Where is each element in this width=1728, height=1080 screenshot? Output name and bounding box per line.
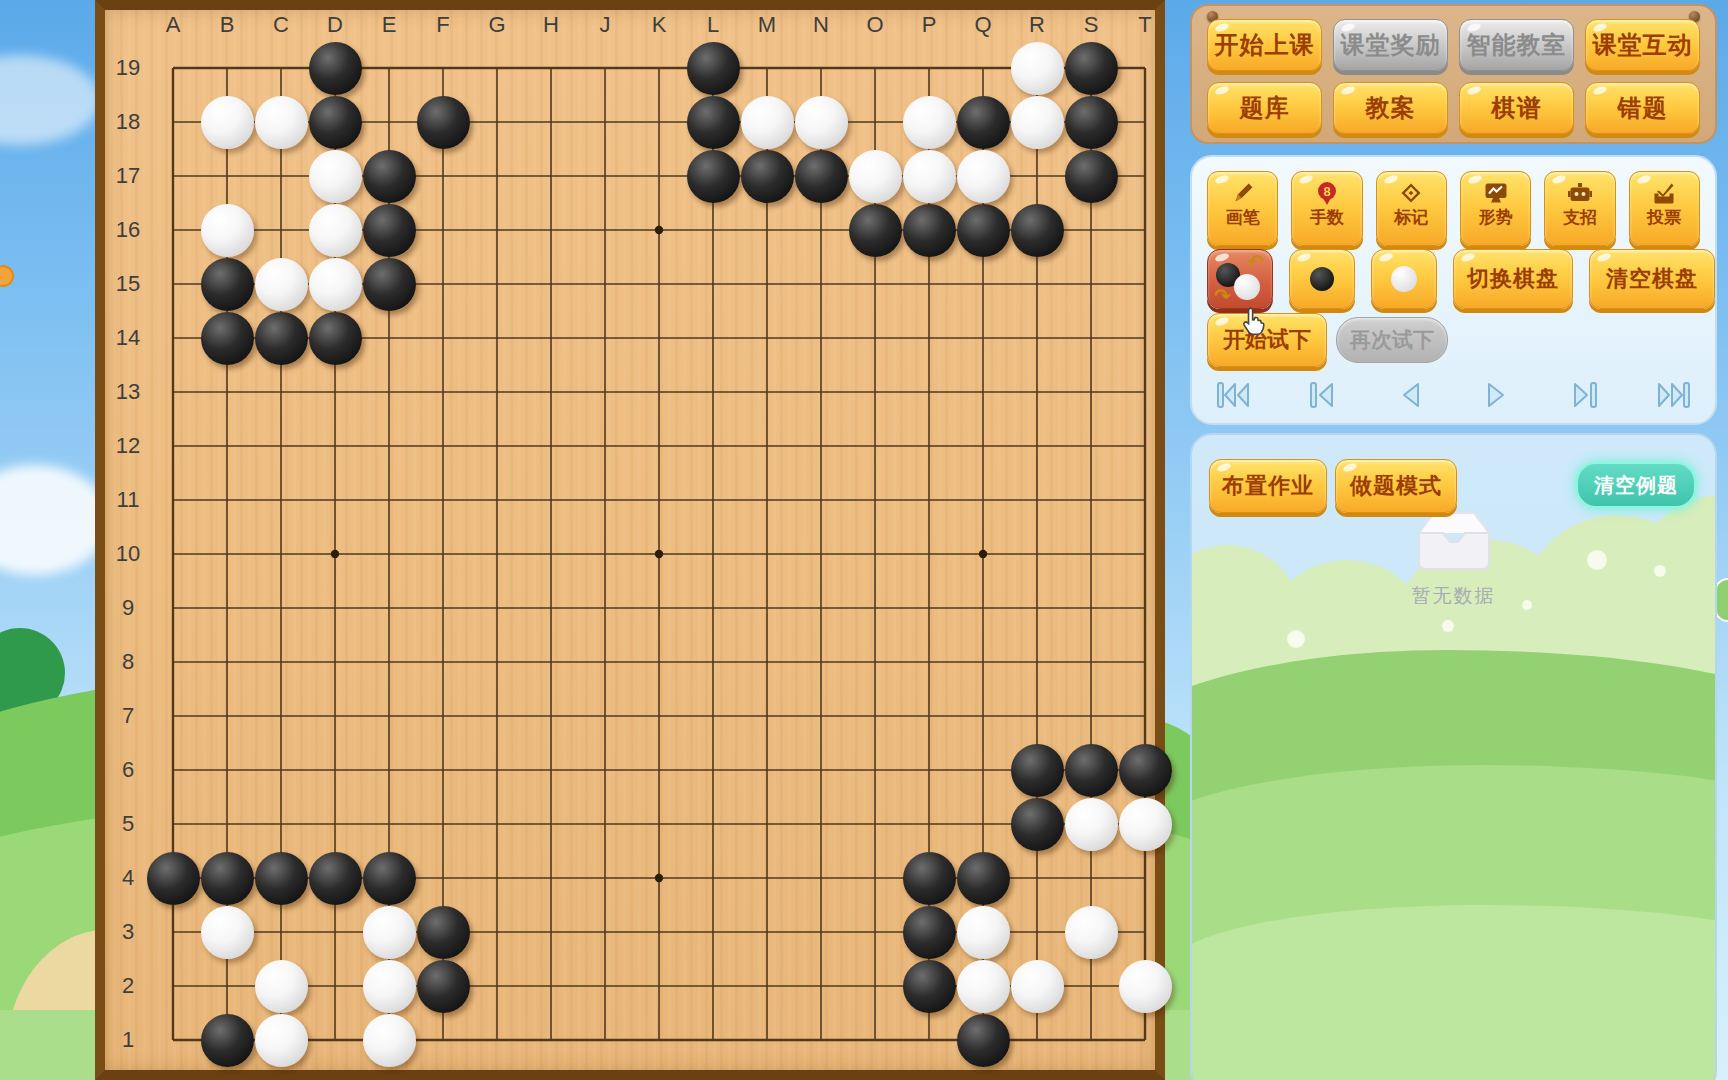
stone-white-R2	[1011, 960, 1064, 1013]
row-label: 3	[104, 919, 152, 945]
stone-black-C4	[255, 852, 308, 905]
svg-text:8: 8	[1323, 184, 1330, 199]
stone-white-O17	[849, 150, 902, 203]
go-teaching-app: ABCDEFGHJKLMNOPQRST191817161514131211109…	[0, 0, 1728, 1080]
stone-black-D14	[309, 312, 362, 365]
stone-white-D17	[309, 150, 362, 203]
class-rewards-button[interactable]: 课堂奖励	[1333, 19, 1448, 71]
step-back-icon[interactable]	[1302, 377, 1342, 413]
brush-label: 画笔	[1226, 209, 1260, 227]
stone-black-S17	[1065, 150, 1118, 203]
forward-icon[interactable]	[1477, 377, 1517, 413]
stone-white-D15	[309, 258, 362, 311]
move-numbers-button[interactable]: 8 手数	[1291, 171, 1362, 246]
row-label: 9	[104, 595, 152, 621]
stone-black-F18	[417, 96, 470, 149]
hill	[1190, 905, 1717, 1080]
stone-black-E15	[363, 258, 416, 311]
column-label: Q	[956, 12, 1010, 38]
row-label: 19	[104, 55, 152, 81]
column-label: G	[470, 12, 524, 38]
move-numbers-label: 手数	[1310, 209, 1344, 227]
stone-black-S6	[1065, 744, 1118, 797]
swap-arrow-icon: ↶	[1247, 252, 1264, 272]
stone-white-B16	[201, 204, 254, 257]
stone-black-O16	[849, 204, 902, 257]
stone-white-P17	[903, 150, 956, 203]
stone-white-S3	[1065, 906, 1118, 959]
column-label: P	[902, 12, 956, 38]
stone-black-A4	[147, 852, 200, 905]
column-label: B	[200, 12, 254, 38]
stone-black-D4	[309, 852, 362, 905]
column-label: F	[416, 12, 470, 38]
row-label: 14	[104, 325, 152, 351]
stone-black-D19	[309, 42, 362, 95]
stone-white-T5	[1119, 798, 1172, 851]
black-stone-icon	[1310, 267, 1334, 291]
smart-classroom-button[interactable]: 智能教室	[1459, 19, 1574, 71]
stone-black-E16	[363, 204, 416, 257]
stone-black-D18	[309, 96, 362, 149]
row-label: 17	[104, 163, 152, 189]
stone-black-F2	[417, 960, 470, 1013]
stone-white-Q3	[957, 906, 1010, 959]
stone-white-C18	[255, 96, 308, 149]
stone-white-D16	[309, 204, 362, 257]
stone-white-E3	[363, 906, 416, 959]
marker-label: 标记	[1394, 209, 1428, 227]
white-stone-icon	[1391, 266, 1417, 292]
stone-white-N18	[795, 96, 848, 149]
column-label: O	[848, 12, 902, 38]
jump-end-icon[interactable]	[1653, 377, 1693, 413]
stone-black-R16	[1011, 204, 1064, 257]
stone-black-Q16	[957, 204, 1010, 257]
stone-black-F3	[417, 906, 470, 959]
stone-black-M17	[741, 150, 794, 203]
stone-black-C14	[255, 312, 308, 365]
class-interaction-button[interactable]: 课堂互动	[1585, 19, 1700, 71]
vote-ballot-icon	[1651, 179, 1677, 207]
stone-white-Q2	[957, 960, 1010, 1013]
stone-white-C2	[255, 960, 308, 1013]
cloud	[0, 55, 100, 145]
row-label: 6	[104, 757, 152, 783]
column-label: J	[578, 12, 632, 38]
alternate-stone-mode-button[interactable]: ↶ ↷	[1207, 249, 1273, 309]
column-label: C	[254, 12, 308, 38]
quiz-mode-button[interactable]: 做题模式	[1335, 459, 1457, 513]
vote-label: 投票	[1647, 209, 1681, 227]
start-trial-button[interactable]: 开始试下	[1207, 313, 1327, 367]
stone-white-Q17	[957, 150, 1010, 203]
marker-icon	[1399, 179, 1423, 207]
playback-controls	[1214, 377, 1693, 413]
stone-black-Q1	[957, 1014, 1010, 1067]
back-icon[interactable]	[1390, 377, 1430, 413]
switch-board-button[interactable]: 切换棋盘	[1453, 249, 1573, 309]
column-label: R	[1010, 12, 1064, 38]
board-tools-card: 画笔 8 手数 标记 形势	[1190, 155, 1717, 425]
row-label: 2	[104, 973, 152, 999]
empty-state: 暂无数据	[1192, 501, 1715, 609]
stone-white-R18	[1011, 96, 1064, 149]
row-label: 10	[104, 541, 152, 567]
hint-label: 支招	[1563, 209, 1597, 227]
stone-black-B15	[201, 258, 254, 311]
situation-chart-icon	[1483, 179, 1509, 207]
stone-black-S19	[1065, 42, 1118, 95]
black-stone-mode-button[interactable]	[1289, 249, 1355, 309]
stone-white-E1	[363, 1014, 416, 1067]
stone-black-L17	[687, 150, 740, 203]
row-label: 16	[104, 217, 152, 243]
situation-button[interactable]: 形势	[1460, 171, 1531, 246]
sun-icon	[0, 265, 14, 287]
brush-button[interactable]: 画笔	[1207, 171, 1278, 246]
column-label: H	[524, 12, 578, 38]
hint-button[interactable]: 支招	[1544, 171, 1615, 246]
swap-arrow-icon: ↷	[1214, 286, 1231, 306]
move-number-icon: 8	[1314, 179, 1340, 207]
marker-button[interactable]: 标记	[1376, 171, 1447, 246]
stone-black-Q4	[957, 852, 1010, 905]
stone-white-E2	[363, 960, 416, 1013]
clear-board-button[interactable]: 清空棋盘	[1589, 249, 1715, 309]
stone-black-P16	[903, 204, 956, 257]
column-label: E	[362, 12, 416, 38]
stone-black-E17	[363, 150, 416, 203]
stone-black-R5	[1011, 798, 1064, 851]
row-label: 4	[104, 865, 152, 891]
assign-homework-button[interactable]: 布置作业	[1209, 459, 1327, 513]
stone-white-B18	[201, 96, 254, 149]
homework-card: 暂无数据 布置作业 做题模式 清空例题	[1190, 433, 1717, 1080]
stone-white-M18	[741, 96, 794, 149]
retry-trial-button[interactable]: 再次试下	[1336, 317, 1448, 363]
column-label: A	[146, 12, 200, 38]
stone-white-B3	[201, 906, 254, 959]
row-label: 11	[104, 487, 152, 513]
stone-black-P3	[903, 906, 956, 959]
situation-label: 形势	[1479, 209, 1513, 227]
column-label: K	[632, 12, 686, 38]
bush-dot	[1442, 620, 1454, 632]
column-label: L	[686, 12, 740, 38]
row-label: 1	[104, 1027, 152, 1053]
column-label: T	[1118, 12, 1172, 38]
white-stone-icon	[1234, 274, 1260, 300]
row-label: 12	[104, 433, 152, 459]
stone-black-E4	[363, 852, 416, 905]
white-stone-mode-button[interactable]	[1371, 249, 1437, 309]
stone-white-P18	[903, 96, 956, 149]
stone-black-S18	[1065, 96, 1118, 149]
row-label: 7	[104, 703, 152, 729]
jump-start-icon[interactable]	[1214, 377, 1254, 413]
row-label: 18	[104, 109, 152, 135]
stone-black-B4	[201, 852, 254, 905]
stone-black-B14	[201, 312, 254, 365]
wrong-questions-button[interactable]: 错题	[1585, 82, 1700, 134]
start-class-button[interactable]: 开始上课	[1207, 19, 1322, 71]
stone-white-C15	[255, 258, 308, 311]
stone-black-T6	[1119, 744, 1172, 797]
clear-examples-button[interactable]: 清空例题	[1575, 461, 1697, 509]
column-label: N	[794, 12, 848, 38]
stone-white-C1	[255, 1014, 308, 1067]
stone-black-P2	[903, 960, 956, 1013]
stone-black-R6	[1011, 744, 1064, 797]
step-forward-icon[interactable]	[1565, 377, 1605, 413]
stone-black-B1	[201, 1014, 254, 1067]
vote-button[interactable]: 投票	[1629, 171, 1700, 246]
stone-black-P4	[903, 852, 956, 905]
row-label: 5	[104, 811, 152, 837]
row-label: 8	[104, 649, 152, 675]
row-label: 15	[104, 271, 152, 297]
row-label: 13	[104, 379, 152, 405]
lesson-plan-button[interactable]: 教案	[1333, 82, 1448, 134]
game-record-button[interactable]: 棋谱	[1459, 82, 1574, 134]
empty-text: 暂无数据	[1192, 583, 1715, 609]
stone-black-L19	[687, 42, 740, 95]
classroom-menu-card: 开始上课 课堂奖励 智能教室 课堂互动 题库 教案 棋谱 错题	[1190, 4, 1717, 144]
stone-black-N17	[795, 150, 848, 203]
stone-black-Q18	[957, 96, 1010, 149]
robot-hint-icon	[1567, 179, 1593, 207]
stone-white-R19	[1011, 42, 1064, 95]
stone-black-L18	[687, 96, 740, 149]
column-label: S	[1064, 12, 1118, 38]
pencil-icon	[1231, 179, 1255, 207]
cloud	[0, 465, 110, 575]
stone-white-S5	[1065, 798, 1118, 851]
bush-dot	[1287, 630, 1305, 648]
column-label: D	[308, 12, 362, 38]
stone-white-T2	[1119, 960, 1172, 1013]
column-label: M	[740, 12, 794, 38]
question-bank-button[interactable]: 题库	[1207, 82, 1322, 134]
